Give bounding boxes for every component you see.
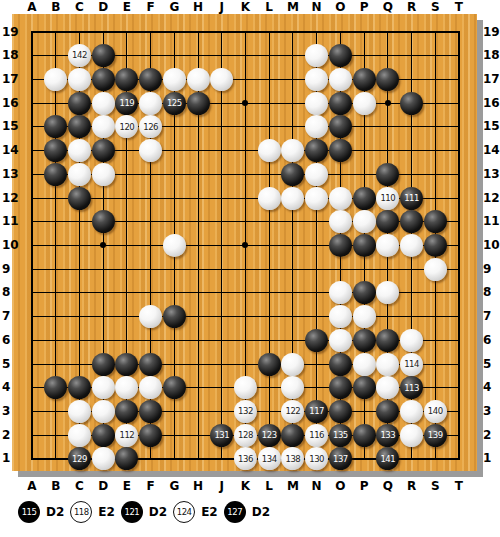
black-stone-P8 xyxy=(353,281,376,304)
white-stone-O6 xyxy=(329,329,352,352)
col-label-top-J: J xyxy=(213,0,231,15)
col-label-bottom-B: B xyxy=(47,479,65,494)
row-label-left-18: 18 xyxy=(2,48,20,63)
white-stone-D15 xyxy=(92,115,115,138)
black-stone-L5 xyxy=(258,353,281,376)
black-stone-O3 xyxy=(329,400,352,423)
white-stone-L12 xyxy=(258,187,281,210)
black-stone-S2: 139 xyxy=(424,424,447,447)
white-stone-L14 xyxy=(258,139,281,162)
white-stone-S9 xyxy=(424,258,447,281)
col-label-bottom-H: H xyxy=(189,479,207,494)
col-label-top-Q: Q xyxy=(379,0,397,15)
row-label-left-11: 11 xyxy=(2,214,20,229)
row-label-right-8: 8 xyxy=(483,285,500,300)
black-stone-O5 xyxy=(329,353,352,376)
grid-line-horizontal xyxy=(31,316,460,317)
black-stone-H16 xyxy=(187,92,210,115)
col-label-bottom-R: R xyxy=(403,479,421,494)
row-label-right-12: 12 xyxy=(483,191,500,206)
white-stone-C2 xyxy=(68,424,91,447)
col-label-bottom-A: A xyxy=(23,479,41,494)
col-label-top-L: L xyxy=(260,0,278,15)
black-stone-B13 xyxy=(44,163,67,186)
black-stone-P12 xyxy=(353,187,376,210)
col-label-top-K: K xyxy=(236,0,254,15)
white-stone-G17 xyxy=(163,68,186,91)
white-stone-M5 xyxy=(281,353,304,376)
white-stone-N13 xyxy=(305,163,328,186)
black-stone-D14 xyxy=(92,139,115,162)
caption-move-115-black-stone: 115 xyxy=(18,501,40,523)
row-label-right-15: 15 xyxy=(483,119,500,134)
caption-coord-115: D2 xyxy=(46,501,64,523)
col-label-top-R: R xyxy=(403,0,421,15)
white-stone-P16 xyxy=(353,92,376,115)
row-label-left-10: 10 xyxy=(2,238,20,253)
caption-move-121-black-stone: 121 xyxy=(121,501,143,523)
col-label-top-O: O xyxy=(331,0,349,15)
black-stone-G7 xyxy=(163,305,186,328)
black-stone-F17 xyxy=(139,68,162,91)
black-stone-P10 xyxy=(353,234,376,257)
col-label-bottom-N: N xyxy=(308,479,326,494)
white-stone-Q5 xyxy=(376,353,399,376)
row-label-left-19: 19 xyxy=(2,25,20,40)
black-stone-F3 xyxy=(139,400,162,423)
black-stone-D18 xyxy=(92,44,115,67)
black-stone-D11 xyxy=(92,210,115,233)
black-stone-G4 xyxy=(163,376,186,399)
col-label-bottom-K: K xyxy=(236,479,254,494)
white-stone-R5: 114 xyxy=(400,353,423,376)
caption-coord-124: E2 xyxy=(201,501,218,523)
row-label-left-7: 7 xyxy=(2,309,20,324)
white-stone-B17 xyxy=(44,68,67,91)
row-label-right-4: 4 xyxy=(483,380,500,395)
black-stone-D17 xyxy=(92,68,115,91)
col-label-bottom-D: D xyxy=(94,479,112,494)
white-stone-D13 xyxy=(92,163,115,186)
black-stone-O14 xyxy=(329,139,352,162)
col-label-bottom-M: M xyxy=(284,479,302,494)
col-label-top-G: G xyxy=(165,0,183,15)
col-label-bottom-E: E xyxy=(118,479,136,494)
white-stone-N2: 116 xyxy=(305,424,328,447)
col-label-top-A: A xyxy=(23,0,41,15)
white-stone-C18: 142 xyxy=(68,44,91,67)
white-stone-C3 xyxy=(68,400,91,423)
row-label-left-3: 3 xyxy=(2,404,20,419)
col-label-top-M: M xyxy=(284,0,302,15)
row-label-right-16: 16 xyxy=(483,96,500,111)
row-label-left-16: 16 xyxy=(2,96,20,111)
col-label-top-F: F xyxy=(142,0,160,15)
row-label-left-2: 2 xyxy=(2,428,20,443)
col-label-bottom-S: S xyxy=(426,479,444,494)
black-stone-P6 xyxy=(353,329,376,352)
grid-line-vertical xyxy=(458,31,460,460)
caption-coord-127: D2 xyxy=(252,501,270,523)
row-label-left-12: 12 xyxy=(2,191,20,206)
white-stone-Q12: 110 xyxy=(376,187,399,210)
row-label-right-10: 10 xyxy=(483,238,500,253)
col-label-bottom-J: J xyxy=(213,479,231,494)
black-stone-E16: 119 xyxy=(115,92,138,115)
black-stone-D2 xyxy=(92,424,115,447)
black-stone-D5 xyxy=(92,353,115,376)
white-stone-P11 xyxy=(353,210,376,233)
white-stone-S3: 140 xyxy=(424,400,447,423)
white-stone-D1 xyxy=(92,447,115,470)
black-stone-G16: 125 xyxy=(163,92,186,115)
row-label-left-1: 1 xyxy=(2,451,20,466)
black-stone-Q2: 133 xyxy=(376,424,399,447)
white-stone-P5 xyxy=(353,353,376,376)
white-stone-K3: 132 xyxy=(234,400,257,423)
col-label-bottom-O: O xyxy=(331,479,349,494)
white-stone-P7 xyxy=(353,305,376,328)
black-stone-C12 xyxy=(68,187,91,210)
grid-line-horizontal xyxy=(31,269,460,270)
black-stone-P17 xyxy=(353,68,376,91)
row-label-left-5: 5 xyxy=(2,357,20,372)
grid-line-vertical xyxy=(269,31,270,460)
row-label-right-7: 7 xyxy=(483,309,500,324)
col-label-top-N: N xyxy=(308,0,326,15)
col-label-bottom-G: G xyxy=(165,479,183,494)
white-stone-D3 xyxy=(92,400,115,423)
black-stone-O10 xyxy=(329,234,352,257)
black-stone-M2 xyxy=(281,424,304,447)
white-stone-C13 xyxy=(68,163,91,186)
black-stone-F2 xyxy=(139,424,162,447)
white-stone-C17 xyxy=(68,68,91,91)
row-label-left-14: 14 xyxy=(2,143,20,158)
white-stone-G10 xyxy=(163,234,186,257)
caption-move-124-white-stone: 124 xyxy=(173,501,195,523)
black-stone-P2 xyxy=(353,424,376,447)
black-stone-F5 xyxy=(139,353,162,376)
row-label-left-15: 15 xyxy=(2,119,20,134)
col-label-bottom-P: P xyxy=(355,479,373,494)
col-label-bottom-T: T xyxy=(450,479,468,494)
black-stone-S10 xyxy=(424,234,447,257)
white-stone-E2: 112 xyxy=(115,424,138,447)
white-stone-O7 xyxy=(329,305,352,328)
white-stone-R2 xyxy=(400,424,423,447)
black-stone-J2: 131 xyxy=(210,424,233,447)
white-stone-R10 xyxy=(400,234,423,257)
caption-coord-118: E2 xyxy=(98,501,115,523)
row-label-left-17: 17 xyxy=(2,72,20,87)
row-label-left-4: 4 xyxy=(2,380,20,395)
col-label-top-T: T xyxy=(450,0,468,15)
row-label-right-1: 1 xyxy=(483,451,500,466)
row-label-right-14: 14 xyxy=(483,143,500,158)
black-stone-R12: 111 xyxy=(400,187,423,210)
col-label-top-D: D xyxy=(94,0,112,15)
white-stone-C14 xyxy=(68,139,91,162)
row-label-right-18: 18 xyxy=(483,48,500,63)
col-label-top-B: B xyxy=(47,0,65,15)
black-stone-N6 xyxy=(305,329,328,352)
row-label-left-8: 8 xyxy=(2,285,20,300)
row-label-right-17: 17 xyxy=(483,72,500,87)
star-point-Q16 xyxy=(385,100,391,106)
white-stone-K2: 128 xyxy=(234,424,257,447)
black-stone-P4 xyxy=(353,376,376,399)
col-label-top-C: C xyxy=(70,0,88,15)
col-label-top-S: S xyxy=(426,0,444,15)
row-label-left-6: 6 xyxy=(2,333,20,348)
black-stone-O16 xyxy=(329,92,352,115)
col-label-top-E: E xyxy=(118,0,136,15)
caption-move-127-black-stone: 127 xyxy=(224,501,246,523)
black-stone-R16 xyxy=(400,92,423,115)
white-stone-N16 xyxy=(305,92,328,115)
row-label-right-3: 3 xyxy=(483,404,500,419)
go-kifu-diagram: 1421191251201261101111141131321221171401… xyxy=(0,0,500,537)
row-label-right-6: 6 xyxy=(483,333,500,348)
col-label-bottom-L: L xyxy=(260,479,278,494)
row-label-right-5: 5 xyxy=(483,357,500,372)
col-label-top-H: H xyxy=(189,0,207,15)
white-stone-M12 xyxy=(281,187,304,210)
black-stone-O4 xyxy=(329,376,352,399)
white-stone-O12 xyxy=(329,187,352,210)
black-stone-L2: 123 xyxy=(258,424,281,447)
caption-move-118-white-stone: 118 xyxy=(70,501,92,523)
white-stone-D4 xyxy=(92,376,115,399)
row-label-right-19: 19 xyxy=(483,25,500,40)
row-label-left-13: 13 xyxy=(2,167,20,182)
black-stone-Q6 xyxy=(376,329,399,352)
col-label-bottom-F: F xyxy=(142,479,160,494)
white-stone-R6 xyxy=(400,329,423,352)
black-stone-N3: 117 xyxy=(305,400,328,423)
black-stone-S11 xyxy=(424,210,447,233)
white-stone-F16 xyxy=(139,92,162,115)
black-stone-C16 xyxy=(68,92,91,115)
col-label-bottom-C: C xyxy=(70,479,88,494)
black-stone-O2: 135 xyxy=(329,424,352,447)
black-stone-E5 xyxy=(115,353,138,376)
row-label-left-9: 9 xyxy=(2,262,20,277)
move-caption: 115D2118E2121D2124E2127D2 xyxy=(18,501,270,523)
row-label-right-9: 9 xyxy=(483,262,500,277)
white-stone-N17 xyxy=(305,68,328,91)
white-stone-N12 xyxy=(305,187,328,210)
white-stone-O17 xyxy=(329,68,352,91)
caption-coord-121: D2 xyxy=(149,501,167,523)
black-stone-O18 xyxy=(329,44,352,67)
row-label-right-13: 13 xyxy=(483,167,500,182)
white-stone-H17 xyxy=(187,68,210,91)
white-stone-O11 xyxy=(329,210,352,233)
col-label-top-P: P xyxy=(355,0,373,15)
white-stone-D16 xyxy=(92,92,115,115)
col-label-bottom-Q: Q xyxy=(379,479,397,494)
white-stone-L1: 134 xyxy=(258,447,281,470)
black-stone-Q13 xyxy=(376,163,399,186)
white-stone-R3 xyxy=(400,400,423,423)
row-label-right-11: 11 xyxy=(483,214,500,229)
row-label-right-2: 2 xyxy=(483,428,500,443)
